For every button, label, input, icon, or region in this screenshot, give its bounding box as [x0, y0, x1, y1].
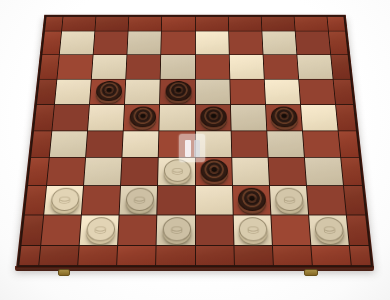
- square-f2[interactable]: ⛂: [233, 186, 271, 214]
- square-g4[interactable]: [267, 131, 304, 157]
- square-h7[interactable]: [297, 55, 332, 79]
- square-h3[interactable]: [305, 158, 343, 185]
- square-g1[interactable]: [271, 216, 310, 245]
- square-g5[interactable]: ⛂: [266, 105, 302, 130]
- light-piece-f1[interactable]: ⛀: [239, 217, 268, 241]
- dark-piece-d6[interactable]: ⛂: [165, 81, 191, 101]
- square-c2[interactable]: ⛀: [120, 186, 158, 214]
- board-frame: [195, 246, 233, 265]
- square-c7[interactable]: [126, 55, 160, 79]
- square-c3[interactable]: [121, 158, 158, 185]
- square-h4[interactable]: [303, 131, 340, 157]
- board-frame: [28, 158, 49, 185]
- board-frame: [228, 17, 261, 31]
- square-a1[interactable]: [41, 216, 81, 245]
- board-frame: [42, 31, 61, 54]
- square-d7[interactable]: [161, 55, 195, 79]
- square-f1[interactable]: ⛀: [233, 216, 271, 245]
- square-e2[interactable]: [195, 186, 232, 214]
- square-e7[interactable]: [195, 55, 229, 79]
- board-frame: [45, 17, 63, 31]
- square-a5[interactable]: [52, 105, 89, 130]
- square-h2[interactable]: [307, 186, 346, 214]
- light-piece-g2[interactable]: ⛀: [275, 188, 304, 211]
- square-a6[interactable]: [55, 79, 91, 104]
- board-frame: [156, 246, 194, 265]
- dark-piece-b6[interactable]: ⛂: [95, 81, 122, 101]
- square-b5[interactable]: [88, 105, 124, 130]
- board-frame: [19, 246, 40, 265]
- board-frame: [22, 216, 44, 245]
- square-c8[interactable]: [128, 31, 162, 54]
- board-frame: [334, 79, 353, 104]
- square-a7[interactable]: [57, 55, 92, 79]
- square-d6[interactable]: ⛂: [160, 79, 194, 104]
- board-frame: [25, 186, 46, 214]
- square-g2[interactable]: ⛀: [270, 186, 308, 214]
- watermark-bar-icon: [185, 140, 191, 157]
- board-frame: [344, 186, 365, 214]
- board-frame: [117, 246, 156, 265]
- square-e1[interactable]: [195, 216, 233, 245]
- board-frame: [40, 55, 59, 79]
- square-f3[interactable]: [232, 158, 269, 185]
- square-a2[interactable]: ⛀: [44, 186, 83, 214]
- light-piece-c2[interactable]: ⛀: [125, 188, 154, 211]
- square-a8[interactable]: [60, 31, 95, 54]
- board-frame: [31, 131, 51, 157]
- light-piece-b1[interactable]: ⛀: [86, 217, 116, 241]
- board-frame: [336, 105, 356, 130]
- board-frame: [162, 17, 194, 31]
- square-g6[interactable]: [264, 79, 299, 104]
- square-f8[interactable]: [229, 31, 263, 54]
- square-h5[interactable]: [301, 105, 338, 130]
- board-frame: [350, 246, 371, 265]
- dark-piece-f2[interactable]: ⛂: [238, 188, 267, 211]
- board-frame: [294, 17, 328, 31]
- light-piece-a2[interactable]: ⛀: [50, 188, 80, 211]
- watermark: [179, 134, 205, 162]
- square-e6[interactable]: [195, 79, 229, 104]
- board-photo: ⛂⛂⛂⛂⛂⛀⛂⛀⛀⛂⛀⛀⛀⛀⛀: [0, 0, 390, 300]
- square-c1[interactable]: [118, 216, 156, 245]
- square-h8[interactable]: [295, 31, 330, 54]
- dark-piece-e5[interactable]: ⛂: [200, 106, 227, 127]
- hinge-left-icon: [58, 269, 70, 276]
- square-d1[interactable]: ⛀: [157, 216, 195, 245]
- board-frame: [329, 31, 348, 54]
- board-frame: [78, 246, 117, 265]
- board-frame: [234, 246, 273, 265]
- hinge-right-icon: [304, 269, 318, 276]
- dark-piece-e3[interactable]: ⛂: [201, 160, 229, 182]
- board-frame: [129, 17, 162, 31]
- light-piece-d1[interactable]: ⛀: [162, 217, 191, 241]
- board-frame: [261, 17, 294, 31]
- square-f5[interactable]: [231, 105, 266, 130]
- square-d2[interactable]: [158, 186, 195, 214]
- board-frame: [95, 17, 128, 31]
- square-c4[interactable]: [123, 131, 159, 157]
- board-frame: [273, 246, 312, 265]
- board-frame: [339, 131, 359, 157]
- board-frame: [331, 55, 350, 79]
- square-b2[interactable]: [82, 186, 120, 214]
- square-b6[interactable]: ⛂: [90, 79, 125, 104]
- square-e3[interactable]: ⛂: [195, 158, 231, 185]
- square-b8[interactable]: [94, 31, 128, 54]
- square-d8[interactable]: [162, 31, 195, 54]
- square-a3[interactable]: [47, 158, 85, 185]
- watermark-bar-icon: [194, 140, 200, 157]
- dark-piece-g5[interactable]: ⛂: [271, 106, 299, 127]
- board-frame: [62, 17, 96, 31]
- square-f4[interactable]: [231, 131, 267, 157]
- square-b3[interactable]: [84, 158, 122, 185]
- square-g7[interactable]: [263, 55, 298, 79]
- board-frame: [327, 17, 345, 31]
- square-e8[interactable]: [195, 31, 228, 54]
- board-frame: [347, 216, 369, 245]
- square-c5[interactable]: ⛂: [124, 105, 159, 130]
- square-a4[interactable]: [50, 131, 87, 157]
- board-frame: [341, 158, 362, 185]
- light-piece-h1[interactable]: ⛀: [315, 217, 345, 241]
- board-frame: [195, 17, 227, 31]
- square-e5[interactable]: ⛂: [195, 105, 230, 130]
- square-g3[interactable]: [268, 158, 306, 185]
- square-b1[interactable]: ⛀: [80, 216, 119, 245]
- square-f7[interactable]: [229, 55, 263, 79]
- square-g8[interactable]: [262, 31, 296, 54]
- board-frame: [39, 246, 78, 265]
- square-b7[interactable]: [92, 55, 127, 79]
- board-frame: [311, 246, 350, 265]
- light-piece-d3[interactable]: ⛀: [164, 160, 192, 182]
- square-h6[interactable]: [299, 79, 335, 104]
- square-d3[interactable]: ⛀: [158, 158, 194, 185]
- square-c6[interactable]: [125, 79, 160, 104]
- board-frame: [34, 105, 54, 130]
- board-frame: [37, 79, 56, 104]
- square-h1[interactable]: ⛀: [309, 216, 349, 245]
- square-d5[interactable]: [160, 105, 195, 130]
- dark-piece-c5[interactable]: ⛂: [129, 106, 156, 127]
- square-b4[interactable]: [86, 131, 123, 157]
- square-f6[interactable]: [230, 79, 265, 104]
